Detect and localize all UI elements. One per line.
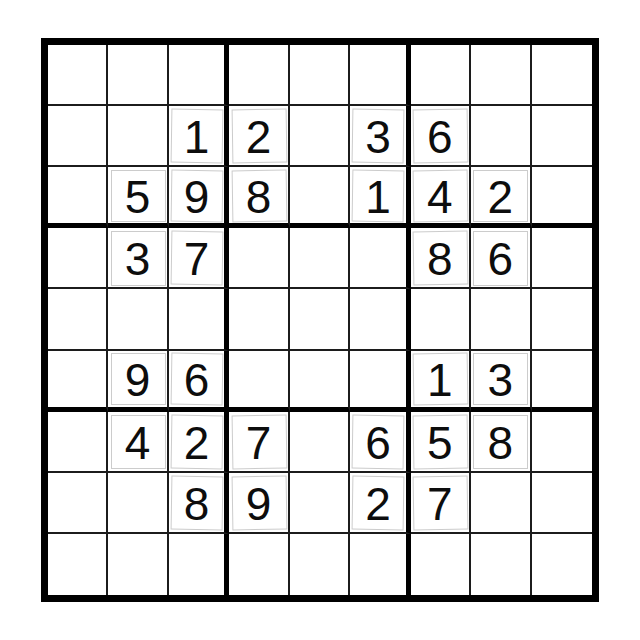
cell-r6c3[interactable]: 6	[169, 351, 229, 412]
cell-r7c1[interactable]	[48, 412, 108, 473]
cell-r2c6[interactable]: 3	[350, 106, 410, 167]
cell-r4c8[interactable]: 6	[471, 228, 531, 289]
cell-r5c6[interactable]	[350, 289, 410, 350]
cell-r7c8[interactable]: 8	[471, 412, 531, 473]
cell-r8c1[interactable]	[48, 473, 108, 534]
cell-r3c4[interactable]: 8	[229, 167, 289, 228]
given-digit: 6	[365, 417, 391, 466]
cell-r6c7[interactable]: 1	[411, 351, 471, 412]
cell-r2c5[interactable]	[290, 106, 350, 167]
cell-r2c3[interactable]: 1	[169, 106, 229, 167]
given-digit: 3	[365, 111, 391, 160]
cell-r5c7[interactable]	[411, 289, 471, 350]
given-digit: 2	[488, 171, 514, 220]
cell-r4c6[interactable]	[350, 228, 410, 289]
cell-r5c8[interactable]	[471, 289, 531, 350]
cell-r1c7[interactable]	[411, 45, 471, 106]
cell-r7c9[interactable]	[532, 412, 592, 473]
cell-r1c6[interactable]	[350, 45, 410, 106]
cell-r4c3[interactable]: 7	[169, 228, 229, 289]
cell-r3c3[interactable]: 9	[169, 167, 229, 228]
cell-r7c2[interactable]: 4	[108, 412, 168, 473]
sudoku-board: 1236598142378696134276588927	[41, 38, 599, 602]
cell-r6c4[interactable]	[229, 351, 289, 412]
given-digit: 9	[246, 478, 272, 527]
cell-r6c6[interactable]	[350, 351, 410, 412]
cell-r8c7[interactable]: 7	[411, 473, 471, 534]
cell-r1c9[interactable]	[532, 45, 592, 106]
given-digit: 1	[184, 111, 210, 160]
cell-r4c1[interactable]	[48, 228, 108, 289]
cell-r9c8[interactable]	[471, 534, 531, 595]
cell-r7c7[interactable]: 5	[411, 412, 471, 473]
cell-r1c2[interactable]	[108, 45, 168, 106]
given-digit: 3	[125, 233, 151, 282]
cell-r9c7[interactable]	[411, 534, 471, 595]
cell-r5c9[interactable]	[532, 289, 592, 350]
cell-r8c4[interactable]: 9	[229, 473, 289, 534]
cell-r5c5[interactable]	[290, 289, 350, 350]
cell-r9c4[interactable]	[229, 534, 289, 595]
cell-r7c3[interactable]: 2	[169, 412, 229, 473]
cell-r4c4[interactable]	[229, 228, 289, 289]
cell-r8c8[interactable]	[471, 473, 531, 534]
cell-r8c9[interactable]	[532, 473, 592, 534]
cell-r3c9[interactable]	[532, 167, 592, 228]
cell-r8c5[interactable]	[290, 473, 350, 534]
cell-r3c1[interactable]	[48, 167, 108, 228]
cell-r3c2[interactable]: 5	[108, 167, 168, 228]
cell-r6c1[interactable]	[48, 351, 108, 412]
given-digit: 1	[427, 354, 453, 403]
cell-r9c9[interactable]	[532, 534, 592, 595]
given-digit: 2	[246, 111, 272, 160]
given-digit: 2	[365, 478, 391, 527]
cell-r4c2[interactable]: 3	[108, 228, 168, 289]
given-digit: 8	[246, 171, 272, 220]
cell-r8c6[interactable]: 2	[350, 473, 410, 534]
cell-r8c2[interactable]	[108, 473, 168, 534]
given-digit: 6	[184, 354, 210, 403]
cell-r8c3[interactable]: 8	[169, 473, 229, 534]
given-digit: 7	[427, 478, 453, 527]
cell-r9c2[interactable]	[108, 534, 168, 595]
cell-r6c9[interactable]	[532, 351, 592, 412]
cell-r4c5[interactable]	[290, 228, 350, 289]
given-digit: 9	[125, 354, 151, 403]
sudoku-page: 1236598142378696134276588927	[0, 0, 640, 640]
given-digit: 6	[488, 233, 514, 282]
cell-r9c3[interactable]	[169, 534, 229, 595]
cell-r7c5[interactable]	[290, 412, 350, 473]
cell-r9c1[interactable]	[48, 534, 108, 595]
given-digit: 8	[427, 233, 453, 282]
given-digit: 6	[427, 111, 453, 160]
cell-r3c6[interactable]: 1	[350, 167, 410, 228]
cell-r1c3[interactable]	[169, 45, 229, 106]
cell-r1c1[interactable]	[48, 45, 108, 106]
cell-r1c5[interactable]	[290, 45, 350, 106]
cell-r5c4[interactable]	[229, 289, 289, 350]
cell-r7c6[interactable]: 6	[350, 412, 410, 473]
cell-r9c6[interactable]	[350, 534, 410, 595]
cell-r7c4[interactable]: 7	[229, 412, 289, 473]
given-digit: 3	[488, 354, 514, 403]
given-digit: 4	[427, 171, 453, 220]
cell-r5c1[interactable]	[48, 289, 108, 350]
cell-r5c3[interactable]	[169, 289, 229, 350]
cell-r6c2[interactable]: 9	[108, 351, 168, 412]
cell-r9c5[interactable]	[290, 534, 350, 595]
cell-r3c7[interactable]: 4	[411, 167, 471, 228]
cell-r2c4[interactable]: 2	[229, 106, 289, 167]
cell-r2c1[interactable]	[48, 106, 108, 167]
given-digit: 1	[365, 171, 391, 220]
given-digit: 8	[184, 478, 210, 527]
cell-r2c8[interactable]	[471, 106, 531, 167]
cell-r2c2[interactable]	[108, 106, 168, 167]
cell-r2c9[interactable]	[532, 106, 592, 167]
cell-r1c8[interactable]	[471, 45, 531, 106]
cell-r4c7[interactable]: 8	[411, 228, 471, 289]
cell-r6c5[interactable]	[290, 351, 350, 412]
given-digit: 9	[184, 171, 210, 220]
given-digit: 8	[488, 417, 514, 466]
given-digit: 2	[184, 417, 210, 466]
given-digit: 7	[184, 233, 210, 282]
given-digit: 4	[125, 417, 151, 466]
cell-r6c8[interactable]: 3	[471, 351, 531, 412]
cell-r3c5[interactable]	[290, 167, 350, 228]
given-digit: 5	[125, 171, 151, 220]
cell-r4c9[interactable]	[532, 228, 592, 289]
given-digit: 5	[427, 417, 453, 466]
given-digit: 7	[246, 417, 272, 466]
cell-r3c8[interactable]: 2	[471, 167, 531, 228]
cell-r1c4[interactable]	[229, 45, 289, 106]
cell-r5c2[interactable]	[108, 289, 168, 350]
cell-r2c7[interactable]: 6	[411, 106, 471, 167]
